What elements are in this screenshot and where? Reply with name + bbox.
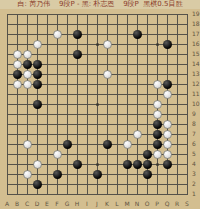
black-stone bbox=[33, 70, 42, 79]
column-label: K bbox=[102, 199, 112, 208]
black-stone bbox=[13, 70, 22, 79]
column-labels: ABCDEFGHIJKLMNOPQRS bbox=[2, 199, 192, 208]
black-stone bbox=[133, 30, 142, 39]
column-label: G bbox=[62, 199, 72, 208]
black-stone bbox=[143, 150, 152, 159]
white-stone bbox=[23, 140, 32, 149]
black-stone bbox=[153, 130, 162, 139]
white-stone bbox=[33, 160, 42, 169]
white-stone bbox=[13, 80, 22, 89]
column-label: M bbox=[122, 199, 132, 208]
white-stone bbox=[103, 70, 112, 79]
black-stone bbox=[153, 140, 162, 149]
row-label: 2 bbox=[192, 179, 200, 189]
black-stone bbox=[123, 160, 132, 169]
row-label: 3 bbox=[192, 169, 200, 179]
white-stone bbox=[153, 150, 162, 159]
black-stone bbox=[73, 30, 82, 39]
row-label: 4 bbox=[192, 159, 200, 169]
row-label: 15 bbox=[192, 49, 200, 59]
star-point bbox=[96, 163, 99, 166]
column-label: A bbox=[2, 199, 12, 208]
star-point bbox=[96, 103, 99, 106]
star-point bbox=[96, 43, 99, 46]
column-label: S bbox=[182, 199, 192, 208]
black-stone bbox=[103, 140, 112, 149]
black-stone bbox=[33, 60, 42, 69]
column-label: I bbox=[82, 199, 92, 208]
column-label: R bbox=[172, 199, 182, 208]
black-stone bbox=[33, 80, 42, 89]
black-stone bbox=[143, 170, 152, 179]
column-label: D bbox=[32, 199, 42, 208]
row-label: 14 bbox=[192, 59, 200, 69]
black-stone bbox=[33, 100, 42, 109]
column-label: L bbox=[112, 199, 122, 208]
white-stone bbox=[23, 50, 32, 59]
white-stone bbox=[13, 60, 22, 69]
board-area bbox=[2, 9, 192, 199]
row-label: 6 bbox=[192, 139, 200, 149]
white-stone bbox=[103, 40, 112, 49]
column-label: B bbox=[12, 199, 22, 208]
row-labels: 19181716151413121110987654321 bbox=[192, 9, 200, 199]
white-stone bbox=[153, 110, 162, 119]
column-label: H bbox=[72, 199, 82, 208]
black-stone bbox=[163, 40, 172, 49]
black-stone bbox=[73, 160, 82, 169]
black-stone bbox=[163, 160, 172, 169]
black-stone bbox=[133, 160, 142, 169]
row-label: 5 bbox=[192, 149, 200, 159]
black-stone bbox=[63, 140, 72, 149]
game-info-header: 白: 芮乃伟 9段P - 黑: 朴志恩 9段P 黑棋0.5目胜 bbox=[0, 0, 200, 9]
go-board[interactable] bbox=[2, 9, 192, 199]
column-label: P bbox=[152, 199, 162, 208]
row-label: 19 bbox=[192, 9, 200, 19]
row-label: 18 bbox=[192, 19, 200, 29]
white-stone bbox=[33, 40, 42, 49]
row-label: 16 bbox=[192, 39, 200, 49]
column-label: E bbox=[42, 199, 52, 208]
white-stone bbox=[23, 70, 32, 79]
game-info-text: 白: 芮乃伟 9段P - 黑: 朴志恩 9段P 黑棋0.5目胜 bbox=[18, 0, 183, 9]
white-stone bbox=[13, 50, 22, 59]
column-label: O bbox=[142, 199, 152, 208]
white-stone bbox=[153, 80, 162, 89]
row-label: 8 bbox=[192, 119, 200, 129]
white-stone bbox=[163, 130, 172, 139]
white-stone bbox=[123, 140, 132, 149]
white-stone bbox=[23, 80, 32, 89]
column-label: Q bbox=[162, 199, 172, 208]
column-label: F bbox=[52, 199, 62, 208]
white-stone bbox=[153, 100, 162, 109]
column-label: N bbox=[132, 199, 142, 208]
white-stone bbox=[23, 170, 32, 179]
black-stone bbox=[153, 120, 162, 129]
row-label: 1 bbox=[192, 189, 200, 199]
row-label: 7 bbox=[192, 129, 200, 139]
column-label: C bbox=[22, 199, 32, 208]
star-point bbox=[156, 163, 159, 166]
row-label: 10 bbox=[192, 99, 200, 109]
black-stone bbox=[93, 170, 102, 179]
black-stone bbox=[163, 80, 172, 89]
star-point bbox=[156, 43, 159, 46]
black-stone bbox=[33, 180, 42, 189]
row-label: 12 bbox=[192, 79, 200, 89]
black-stone bbox=[23, 60, 32, 69]
white-stone bbox=[53, 150, 62, 159]
row-label: 17 bbox=[192, 29, 200, 39]
white-stone bbox=[163, 120, 172, 129]
black-stone bbox=[53, 170, 62, 179]
black-stone bbox=[143, 160, 152, 169]
white-stone bbox=[133, 130, 142, 139]
white-stone bbox=[163, 150, 172, 159]
white-stone bbox=[53, 30, 62, 39]
column-label: J bbox=[92, 199, 102, 208]
row-label: 9 bbox=[192, 109, 200, 119]
white-stone bbox=[163, 90, 172, 99]
row-label: 13 bbox=[192, 69, 200, 79]
row-label: 11 bbox=[192, 89, 200, 99]
white-stone bbox=[163, 140, 172, 149]
black-stone bbox=[73, 50, 82, 59]
